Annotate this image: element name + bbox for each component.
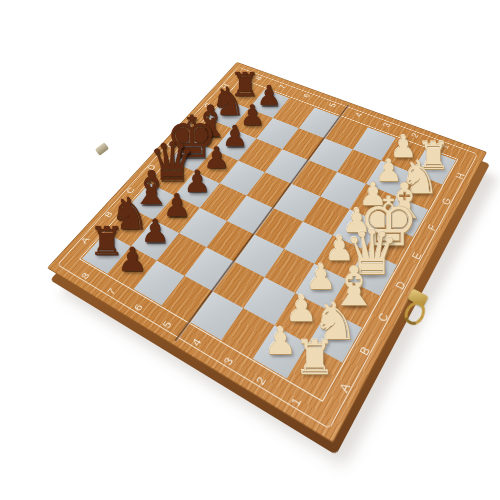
piece-white-pawn-a2: ♟ — [264, 323, 297, 360]
product-photo: 8877665544332211HHGGFFEEDDCCBBAA ♜♞♝♛♚♝♞… — [0, 0, 500, 500]
pieces-layer: ♜♞♝♛♚♝♞♜♟♟♟♟♟♟♟♟♟♟♟♟♟♟♟♟♜♞♝♛♚♝♞♜ — [0, 0, 500, 500]
piece-white-rook-a1: ♜ — [294, 335, 336, 382]
piece-black-pawn-a7: ♟ — [117, 242, 147, 275]
